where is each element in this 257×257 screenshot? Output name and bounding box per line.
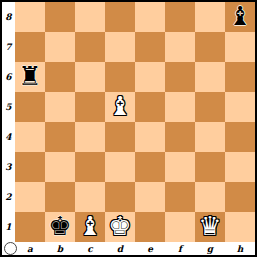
square-g3[interactable] [195,152,225,182]
board: ♝♜♝♚♝♚♛ [15,2,255,242]
square-e2[interactable] [135,182,165,212]
square-h4[interactable] [225,122,255,152]
square-c7[interactable] [75,32,105,62]
square-e5[interactable] [135,92,165,122]
square-f3[interactable] [165,152,195,182]
square-b8[interactable] [45,2,75,32]
square-h7[interactable] [225,32,255,62]
square-e4[interactable] [135,122,165,152]
square-a7[interactable] [15,32,45,62]
square-c4[interactable] [75,122,105,152]
square-e8[interactable] [135,2,165,32]
square-g1[interactable]: ♛ [195,212,225,242]
square-g7[interactable] [195,32,225,62]
square-a1[interactable] [15,212,45,242]
file-label-d: d [105,242,135,255]
square-d5[interactable]: ♝ [105,92,135,122]
white-queen-g1[interactable]: ♛ [198,213,221,239]
rank-label-6: 6 [2,62,15,92]
square-d3[interactable] [105,152,135,182]
file-label-f: f [165,242,195,255]
side-to-move-indicator [4,242,17,255]
square-c1[interactable]: ♝ [75,212,105,242]
square-f1[interactable] [165,212,195,242]
square-h1[interactable] [225,212,255,242]
white-king-d1[interactable]: ♚ [108,213,131,239]
square-d6[interactable] [105,62,135,92]
square-b4[interactable] [45,122,75,152]
square-f4[interactable] [165,122,195,152]
file-label-g: g [195,242,225,255]
file-label-h: h [225,242,255,255]
file-label-c: c [75,242,105,255]
black-rook-a6[interactable]: ♜ [18,63,41,89]
square-f7[interactable] [165,32,195,62]
square-b1[interactable]: ♚ [45,212,75,242]
square-d7[interactable] [105,32,135,62]
square-h2[interactable] [225,182,255,212]
square-e7[interactable] [135,32,165,62]
file-labels: abcdefgh [15,242,255,255]
white-bishop-d5[interactable]: ♝ [108,93,131,119]
square-f2[interactable] [165,182,195,212]
rank-label-2: 2 [2,182,15,212]
rank-label-1: 1 [2,212,15,242]
black-king-b1[interactable]: ♚ [48,213,71,239]
square-c8[interactable] [75,2,105,32]
square-f5[interactable] [165,92,195,122]
chess-diagram: 87654321 ♝♜♝♚♝♚♛ abcdefgh [0,0,257,257]
square-f8[interactable] [165,2,195,32]
square-h6[interactable] [225,62,255,92]
corner-cell [2,242,15,255]
file-label-b: b [45,242,75,255]
square-b2[interactable] [45,182,75,212]
rank-label-8: 8 [2,2,15,32]
square-a4[interactable] [15,122,45,152]
square-c2[interactable] [75,182,105,212]
square-e6[interactable] [135,62,165,92]
square-a8[interactable] [15,2,45,32]
square-h5[interactable] [225,92,255,122]
board-frame: 87654321 ♝♜♝♚♝♚♛ abcdefgh [2,2,255,255]
file-label-e: e [135,242,165,255]
square-b5[interactable] [45,92,75,122]
square-a5[interactable] [15,92,45,122]
square-c3[interactable] [75,152,105,182]
square-e3[interactable] [135,152,165,182]
white-bishop-c1[interactable]: ♝ [78,213,101,239]
square-g5[interactable] [195,92,225,122]
square-e1[interactable] [135,212,165,242]
square-g6[interactable] [195,62,225,92]
square-b3[interactable] [45,152,75,182]
square-c6[interactable] [75,62,105,92]
square-g8[interactable] [195,2,225,32]
square-f6[interactable] [165,62,195,92]
square-d1[interactable]: ♚ [105,212,135,242]
rank-label-3: 3 [2,152,15,182]
square-c5[interactable] [75,92,105,122]
square-g4[interactable] [195,122,225,152]
square-b6[interactable] [45,62,75,92]
square-a3[interactable] [15,152,45,182]
rank-labels: 87654321 [2,2,15,242]
square-d4[interactable] [105,122,135,152]
square-h8[interactable]: ♝ [225,2,255,32]
square-d2[interactable] [105,182,135,212]
square-g2[interactable] [195,182,225,212]
rank-label-4: 4 [2,122,15,152]
rank-label-5: 5 [2,92,15,122]
square-d8[interactable] [105,2,135,32]
file-label-a: a [15,242,45,255]
square-h3[interactable] [225,152,255,182]
square-a6[interactable]: ♜ [15,62,45,92]
rank-label-7: 7 [2,32,15,62]
square-b7[interactable] [45,32,75,62]
square-a2[interactable] [15,182,45,212]
black-bishop-h8[interactable]: ♝ [228,3,251,29]
